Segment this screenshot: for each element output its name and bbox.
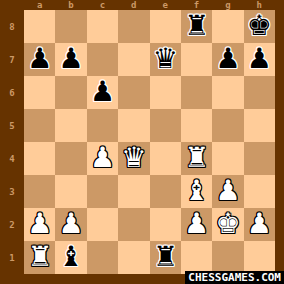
square-b5[interactable] — [55, 109, 86, 142]
rank-label-8: 8 — [0, 10, 24, 43]
square-g1[interactable] — [212, 241, 243, 274]
chess-diagram-frame: abcdefgh 87654321 ♜♚♟♟♛♟♟♟♟♛♜♝♟♟♟♟♚♟♜♝♜ … — [0, 0, 284, 284]
square-a3[interactable] — [24, 175, 55, 208]
square-a4[interactable] — [24, 142, 55, 175]
black-bishop[interactable]: ♝ — [59, 243, 84, 271]
square-g4[interactable] — [212, 142, 243, 175]
square-b3[interactable] — [55, 175, 86, 208]
rank-label-2: 2 — [0, 208, 24, 241]
square-h7[interactable]: ♟ — [244, 43, 275, 76]
white-pawn[interactable]: ♟ — [184, 210, 209, 238]
square-e5[interactable] — [150, 109, 181, 142]
square-b8[interactable] — [55, 10, 86, 43]
square-e2[interactable] — [150, 208, 181, 241]
square-a5[interactable] — [24, 109, 55, 142]
square-h6[interactable] — [244, 76, 275, 109]
square-f5[interactable] — [181, 109, 212, 142]
square-d8[interactable] — [118, 10, 149, 43]
square-b4[interactable] — [55, 142, 86, 175]
square-g7[interactable]: ♟ — [212, 43, 243, 76]
square-d4[interactable]: ♛ — [118, 142, 149, 175]
square-h5[interactable] — [244, 109, 275, 142]
black-rook[interactable]: ♜ — [153, 243, 178, 271]
white-queen[interactable]: ♛ — [121, 144, 146, 172]
black-pawn[interactable]: ♟ — [59, 45, 84, 73]
white-rook[interactable]: ♜ — [184, 144, 209, 172]
rank-label-7: 7 — [0, 43, 24, 76]
square-a6[interactable] — [24, 76, 55, 109]
square-f4[interactable]: ♜ — [181, 142, 212, 175]
square-h4[interactable] — [244, 142, 275, 175]
square-c8[interactable] — [87, 10, 118, 43]
rank-label-1: 1 — [0, 241, 24, 274]
square-g6[interactable] — [212, 76, 243, 109]
square-c6[interactable]: ♟ — [87, 76, 118, 109]
square-f8[interactable]: ♜ — [181, 10, 212, 43]
square-c4[interactable]: ♟ — [87, 142, 118, 175]
square-b7[interactable]: ♟ — [55, 43, 86, 76]
white-king[interactable]: ♚ — [215, 210, 240, 238]
white-pawn[interactable]: ♟ — [247, 210, 272, 238]
square-f6[interactable] — [181, 76, 212, 109]
square-d3[interactable] — [118, 175, 149, 208]
square-e4[interactable] — [150, 142, 181, 175]
square-a7[interactable]: ♟ — [24, 43, 55, 76]
black-pawn[interactable]: ♟ — [90, 78, 115, 106]
square-d5[interactable] — [118, 109, 149, 142]
square-h1[interactable] — [244, 241, 275, 274]
square-a1[interactable]: ♜ — [24, 241, 55, 274]
rank-labels: 87654321 — [0, 10, 24, 274]
square-b2[interactable]: ♟ — [55, 208, 86, 241]
rank-label-3: 3 — [0, 175, 24, 208]
rank-label-4: 4 — [0, 142, 24, 175]
brand-label: CHESSGAMES.COM — [188, 271, 281, 284]
square-d1[interactable] — [118, 241, 149, 274]
square-b6[interactable] — [55, 76, 86, 109]
black-queen[interactable]: ♛ — [153, 45, 178, 73]
black-pawn[interactable]: ♟ — [215, 45, 240, 73]
white-bishop[interactable]: ♝ — [184, 177, 209, 205]
square-e1[interactable]: ♜ — [150, 241, 181, 274]
square-e8[interactable] — [150, 10, 181, 43]
square-c1[interactable] — [87, 241, 118, 274]
white-pawn[interactable]: ♟ — [27, 210, 52, 238]
black-king[interactable]: ♚ — [247, 12, 272, 40]
square-h8[interactable]: ♚ — [244, 10, 275, 43]
square-f2[interactable]: ♟ — [181, 208, 212, 241]
white-pawn[interactable]: ♟ — [215, 177, 240, 205]
rank-label-5: 5 — [0, 109, 24, 142]
square-d2[interactable] — [118, 208, 149, 241]
square-b1[interactable]: ♝ — [55, 241, 86, 274]
white-pawn[interactable]: ♟ — [90, 144, 115, 172]
square-f3[interactable]: ♝ — [181, 175, 212, 208]
black-pawn[interactable]: ♟ — [27, 45, 52, 73]
square-e3[interactable] — [150, 175, 181, 208]
rank-label-6: 6 — [0, 76, 24, 109]
black-pawn[interactable]: ♟ — [247, 45, 272, 73]
black-rook[interactable]: ♜ — [184, 12, 209, 40]
square-c2[interactable] — [87, 208, 118, 241]
white-pawn[interactable]: ♟ — [59, 210, 84, 238]
square-f1[interactable] — [181, 241, 212, 274]
square-c7[interactable] — [87, 43, 118, 76]
square-a2[interactable]: ♟ — [24, 208, 55, 241]
square-g5[interactable] — [212, 109, 243, 142]
square-d7[interactable] — [118, 43, 149, 76]
square-g8[interactable] — [212, 10, 243, 43]
chess-board[interactable]: ♜♚♟♟♛♟♟♟♟♛♜♝♟♟♟♟♚♟♜♝♜ — [24, 10, 275, 274]
square-g3[interactable]: ♟ — [212, 175, 243, 208]
square-h2[interactable]: ♟ — [244, 208, 275, 241]
square-f7[interactable] — [181, 43, 212, 76]
square-e6[interactable] — [150, 76, 181, 109]
square-e7[interactable]: ♛ — [150, 43, 181, 76]
square-c5[interactable] — [87, 109, 118, 142]
brand-banner: CHESSGAMES.COM — [185, 271, 284, 284]
square-a8[interactable] — [24, 10, 55, 43]
square-h3[interactable] — [244, 175, 275, 208]
white-rook[interactable]: ♜ — [27, 243, 52, 271]
square-g2[interactable]: ♚ — [212, 208, 243, 241]
square-c3[interactable] — [87, 175, 118, 208]
square-d6[interactable] — [118, 76, 149, 109]
